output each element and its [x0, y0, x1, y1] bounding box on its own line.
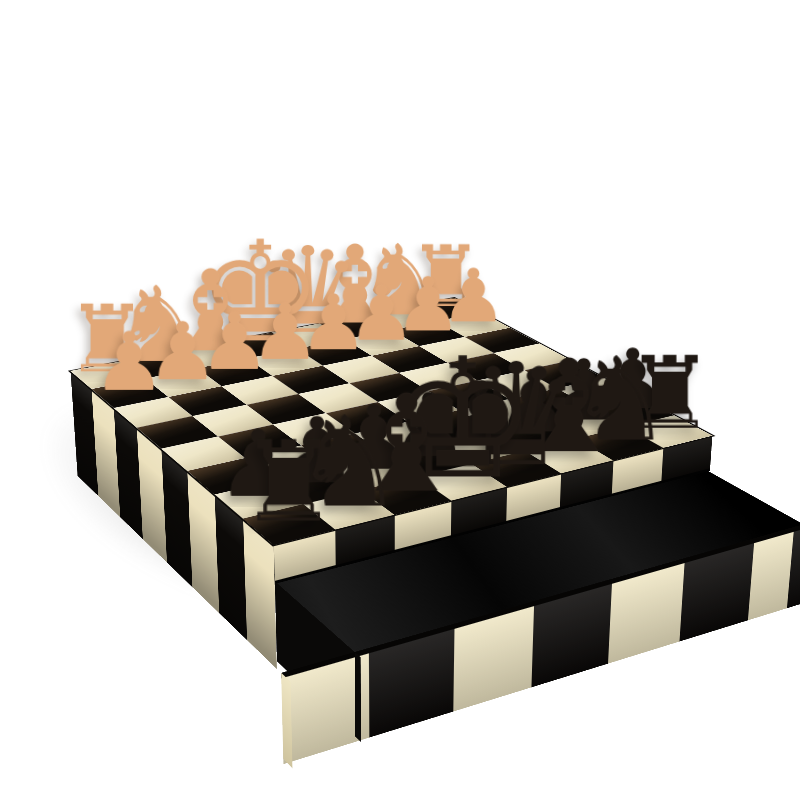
product-photo: ♜♞♝♛♚♝♞♜♟♟♟♟♟♟♟♟♟♟♟♟♟♟♟♟♜♞♝♛♚♝♞♜ — [0, 0, 800, 800]
piece-glyph: ♟ — [93, 322, 166, 403]
scene-3d: ♜♞♝♛♚♝♞♜♟♟♟♟♟♟♟♟♟♟♟♟♟♟♟♟♜♞♝♛♚♝♞♜ — [0, 0, 800, 800]
piece-glyph: ♜ — [239, 426, 339, 537]
